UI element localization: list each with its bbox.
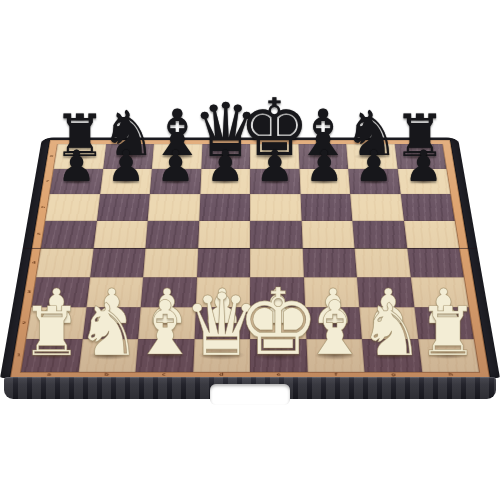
square-c1 — [135, 339, 194, 372]
square-b1 — [78, 339, 138, 372]
square-g4 — [355, 248, 411, 277]
square-a6 — [45, 194, 99, 221]
square-c8 — [152, 144, 202, 168]
square-c7 — [150, 169, 201, 194]
case-clasp-notch — [210, 384, 290, 405]
square-f7 — [299, 169, 350, 194]
board-squares — [21, 144, 479, 372]
square-c3 — [141, 277, 197, 307]
square-c2 — [138, 307, 195, 339]
square-h2 — [414, 307, 474, 339]
square-a3 — [31, 277, 89, 307]
square-f4 — [302, 248, 357, 277]
chess-board: abcdefgh 12345678 — [10, 140, 490, 378]
square-h3 — [410, 277, 468, 307]
square-d7 — [200, 169, 250, 194]
square-b6 — [97, 194, 150, 221]
square-h5 — [403, 221, 459, 249]
square-b3 — [86, 277, 143, 307]
square-g2 — [359, 307, 417, 339]
square-b4 — [90, 248, 146, 277]
square-g3 — [357, 277, 414, 307]
square-e7 — [250, 169, 300, 194]
square-b8 — [103, 144, 154, 168]
square-e6 — [250, 194, 301, 221]
square-d2 — [194, 307, 250, 339]
square-c6 — [148, 194, 200, 221]
square-a2 — [26, 307, 86, 339]
square-f8 — [298, 144, 348, 168]
square-a5 — [41, 221, 97, 249]
square-d1 — [193, 339, 250, 372]
square-e4 — [250, 248, 303, 277]
square-g8 — [346, 144, 397, 168]
square-h1 — [418, 339, 479, 372]
chess-set-photo: abcdefgh 12345678 ♜♞♝♛♚♝♞♜♟♟♟♟♟♟♟♟♟♟♟♟♟♟… — [0, 0, 500, 500]
square-h8 — [394, 144, 446, 168]
folding-chess-case: abcdefgh 12345678 — [0, 138, 500, 378]
square-a8 — [54, 144, 106, 168]
square-g1 — [362, 339, 422, 372]
square-f3 — [303, 277, 359, 307]
square-g5 — [352, 221, 407, 249]
square-d8 — [201, 144, 250, 168]
square-h6 — [400, 194, 454, 221]
square-h4 — [407, 248, 464, 277]
square-d4 — [197, 248, 250, 277]
square-b5 — [93, 221, 148, 249]
square-d5 — [198, 221, 250, 249]
square-g7 — [348, 169, 400, 194]
square-c4 — [143, 248, 198, 277]
square-h7 — [397, 169, 450, 194]
square-f5 — [301, 221, 354, 249]
square-g6 — [350, 194, 403, 221]
square-d3 — [195, 277, 250, 307]
square-a4 — [36, 248, 93, 277]
square-b7 — [100, 169, 152, 194]
square-e2 — [250, 307, 306, 339]
square-e1 — [250, 339, 307, 372]
square-b2 — [82, 307, 140, 339]
fold-hinge-seam — [23, 248, 478, 249]
square-f6 — [300, 194, 352, 221]
square-a1 — [21, 339, 82, 372]
square-f1 — [306, 339, 365, 372]
square-e8 — [250, 144, 299, 168]
square-d6 — [199, 194, 250, 221]
square-e5 — [250, 221, 302, 249]
square-e3 — [250, 277, 305, 307]
square-c5 — [145, 221, 198, 249]
square-a7 — [50, 169, 103, 194]
square-f2 — [305, 307, 362, 339]
